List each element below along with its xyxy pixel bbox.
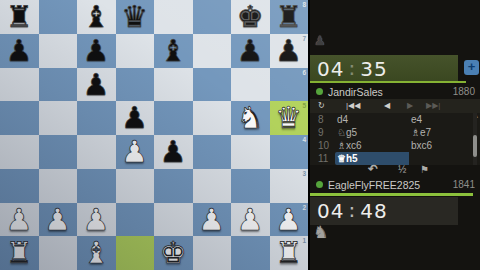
move-number: 8 xyxy=(318,113,336,126)
square-b2[interactable]: ♟ xyxy=(39,203,78,237)
rank-label: 3 xyxy=(302,170,306,177)
move-row: 8d4e4 xyxy=(310,113,480,126)
black-queen[interactable]: ♛ xyxy=(116,0,155,34)
square-f5[interactable] xyxy=(193,101,232,135)
clock-seconds: 35 xyxy=(360,57,387,81)
square-c1[interactable]: ♝ xyxy=(77,236,116,270)
square-d6[interactable] xyxy=(116,68,155,102)
square-c3[interactable] xyxy=(77,169,116,203)
black-pawn[interactable]: ♟ xyxy=(231,34,270,68)
square-h1[interactable]: ♜1 xyxy=(270,236,309,270)
white-bishop[interactable]: ♝ xyxy=(77,236,116,270)
white-move[interactable]: ♗xc6 xyxy=(335,139,409,152)
square-h5[interactable]: ♛5 xyxy=(270,101,309,135)
square-a8[interactable]: ♜ xyxy=(0,0,39,34)
clock-colon: : xyxy=(348,198,356,222)
square-g4[interactable] xyxy=(231,135,270,169)
square-d2[interactable] xyxy=(116,203,155,237)
resign-flag-icon[interactable]: ⚑ xyxy=(420,164,429,175)
move-number: 10 xyxy=(318,139,336,152)
top-player-rating: 1880 xyxy=(453,86,475,97)
bottom-player-rating: 1841 xyxy=(453,179,475,190)
black-bishop[interactable]: ♝ xyxy=(154,34,193,68)
square-e8[interactable] xyxy=(154,0,193,34)
square-a7[interactable]: ♟ xyxy=(0,34,39,68)
square-f4[interactable] xyxy=(193,135,232,169)
move-number: 9 xyxy=(318,126,336,139)
white-pawn[interactable]: ♟ xyxy=(0,203,39,237)
square-f7[interactable] xyxy=(193,34,232,68)
black-pawn[interactable]: ♟ xyxy=(0,34,39,68)
square-a2[interactable]: ♟ xyxy=(0,203,39,237)
square-a1[interactable]: ♜ xyxy=(0,236,39,270)
move-nav-toolbar: ↻|◀◀◀▶▶▶| xyxy=(310,99,480,113)
top-time-bar xyxy=(310,81,466,83)
rank-label: 4 xyxy=(302,136,306,143)
square-b8[interactable] xyxy=(39,0,78,34)
white-pawn[interactable]: ♟ xyxy=(77,203,116,237)
white-pawn[interactable]: ♟ xyxy=(39,203,78,237)
top-player-row[interactable]: JandirSales 1880 xyxy=(310,84,480,99)
square-e3[interactable] xyxy=(154,169,193,203)
black-move[interactable]: ♗e7 xyxy=(409,126,458,139)
square-f6[interactable] xyxy=(193,68,232,102)
white-pawn[interactable]: ♟ xyxy=(193,203,232,237)
square-h3[interactable]: 3 xyxy=(270,169,309,203)
move-list[interactable]: 8d4e49♘g5♗e710♗xc6bxc611♕h5 xyxy=(310,113,480,165)
white-move[interactable]: d4 xyxy=(335,113,409,126)
square-g6[interactable] xyxy=(231,68,270,102)
rank-label: 5 xyxy=(302,102,306,109)
square-c4[interactable] xyxy=(77,135,116,169)
square-d8[interactable]: ♛ xyxy=(116,0,155,34)
move-row: 9♘g5♗e7 xyxy=(310,126,480,139)
square-d5[interactable]: ♟ xyxy=(116,101,155,135)
black-rook[interactable]: ♜ xyxy=(0,0,39,34)
white-king[interactable]: ♚ xyxy=(154,236,193,270)
black-bishop[interactable]: ♝ xyxy=(77,0,116,34)
white-move[interactable]: ♘g5 xyxy=(335,126,409,139)
rank-label: 2 xyxy=(302,204,306,211)
square-a4[interactable] xyxy=(0,135,39,169)
step-forward-icon[interactable]: ▶ xyxy=(407,101,413,111)
square-e4[interactable]: ♟ xyxy=(154,135,193,169)
square-a5[interactable] xyxy=(0,101,39,135)
black-move[interactable]: e4 xyxy=(409,113,458,126)
square-d7[interactable] xyxy=(116,34,155,68)
square-e7[interactable]: ♝ xyxy=(154,34,193,68)
square-h4[interactable]: 4 xyxy=(270,135,309,169)
square-f2[interactable]: ♟ xyxy=(193,203,232,237)
square-f1[interactable] xyxy=(193,236,232,270)
rank-label: 7 xyxy=(302,35,306,42)
bottom-player-clock: 04 : 48 xyxy=(310,197,458,225)
bottom-player-row[interactable]: EagleFlyFREE2825 1841 xyxy=(310,177,480,192)
online-status-dot xyxy=(316,88,323,95)
clock-colon: : xyxy=(348,56,356,80)
game-screen: ♜♝♛♚♜8♟♟♝♟♟7♟6♟♞♛5♟♟43♟♟♟♟♟♟2♜♝♚♜1 ♟ 04 … xyxy=(0,0,480,270)
square-g2[interactable]: ♟ xyxy=(231,203,270,237)
skip-last-icon[interactable]: ▶▶| xyxy=(426,101,440,111)
bottom-time-bar xyxy=(310,193,473,196)
online-status-dot xyxy=(316,181,323,188)
black-pawn-icon: ♟ xyxy=(314,33,326,48)
flip-board-icon[interactable]: ↻ xyxy=(318,101,325,111)
white-rook[interactable]: ♜ xyxy=(0,236,39,270)
square-c5[interactable] xyxy=(77,101,116,135)
square-e2[interactable] xyxy=(154,203,193,237)
square-e6[interactable] xyxy=(154,68,193,102)
rank-label: 1 xyxy=(302,237,306,244)
move-list-scrollbar-thumb[interactable] xyxy=(473,135,477,157)
square-f3[interactable] xyxy=(193,169,232,203)
half-point-draw-icon[interactable]: ½ xyxy=(398,164,406,175)
clock-minutes: 04 xyxy=(317,199,344,223)
move-row: 10♗xc6bxc6 xyxy=(310,139,480,152)
square-g5[interactable]: ♞ xyxy=(231,101,270,135)
square-g3[interactable] xyxy=(231,169,270,203)
white-knight[interactable]: ♞ xyxy=(231,101,270,135)
square-c6[interactable]: ♟ xyxy=(77,68,116,102)
white-pawn[interactable]: ♟ xyxy=(231,203,270,237)
bottom-player-name: EagleFlyFREE2825 xyxy=(328,179,420,191)
square-b7[interactable] xyxy=(39,34,78,68)
black-move[interactable]: bxc6 xyxy=(409,139,458,152)
step-back-icon[interactable]: ◀ xyxy=(384,101,390,111)
black-king[interactable]: ♚ xyxy=(231,0,270,34)
square-a6[interactable] xyxy=(0,68,39,102)
square-g8[interactable]: ♚ xyxy=(231,0,270,34)
black-pawn[interactable]: ♟ xyxy=(77,34,116,68)
top-player-clock: 04 : 35 xyxy=(310,55,458,82)
square-b6[interactable] xyxy=(39,68,78,102)
square-g1[interactable] xyxy=(231,236,270,270)
game-action-bar: ↶½⚑ xyxy=(310,164,480,177)
square-c2[interactable]: ♟ xyxy=(77,203,116,237)
square-b5[interactable] xyxy=(39,101,78,135)
square-f8[interactable] xyxy=(193,0,232,34)
chess-board[interactable]: ♜♝♛♚♜8♟♟♝♟♟7♟6♟♞♛5♟♟43♟♟♟♟♟♟2♜♝♚♜1 xyxy=(0,0,308,270)
side-panel: ♟ 04 : 35 + JandirSales 1880 ↻|◀◀◀▶▶▶| 8… xyxy=(310,0,480,270)
white-knight-icon: ♞ xyxy=(313,222,328,242)
takeback-icon[interactable]: ↶ xyxy=(368,162,378,176)
square-d4[interactable]: ♟ xyxy=(116,135,155,169)
square-b4[interactable] xyxy=(39,135,78,169)
skip-first-icon[interactable]: |◀◀ xyxy=(346,101,360,111)
square-c8[interactable]: ♝ xyxy=(77,0,116,34)
white-pawn[interactable]: ♟ xyxy=(116,135,155,169)
square-a3[interactable] xyxy=(0,169,39,203)
square-h7[interactable]: ♟7 xyxy=(270,34,309,68)
square-h6[interactable]: 6 xyxy=(270,68,309,102)
square-h2[interactable]: ♟2 xyxy=(270,203,309,237)
square-e1[interactable]: ♚ xyxy=(154,236,193,270)
square-b1[interactable] xyxy=(39,236,78,270)
black-pawn[interactable]: ♟ xyxy=(154,135,193,169)
black-pawn[interactable]: ♟ xyxy=(116,101,155,135)
rank-label: 6 xyxy=(302,69,306,76)
square-d1[interactable] xyxy=(116,236,155,270)
square-c7[interactable]: ♟ xyxy=(77,34,116,68)
top-player-name: JandirSales xyxy=(328,86,383,98)
clock-minutes: 04 xyxy=(317,57,344,81)
square-b3[interactable] xyxy=(39,169,78,203)
black-pawn[interactable]: ♟ xyxy=(77,68,116,102)
rank-label: 8 xyxy=(302,1,306,8)
square-d3[interactable] xyxy=(116,169,155,203)
square-e5[interactable] xyxy=(154,101,193,135)
square-g7[interactable]: ♟ xyxy=(231,34,270,68)
add-time-button[interactable]: + xyxy=(464,60,479,75)
square-h8[interactable]: ♜8 xyxy=(270,0,309,34)
clock-seconds: 48 xyxy=(360,199,387,223)
